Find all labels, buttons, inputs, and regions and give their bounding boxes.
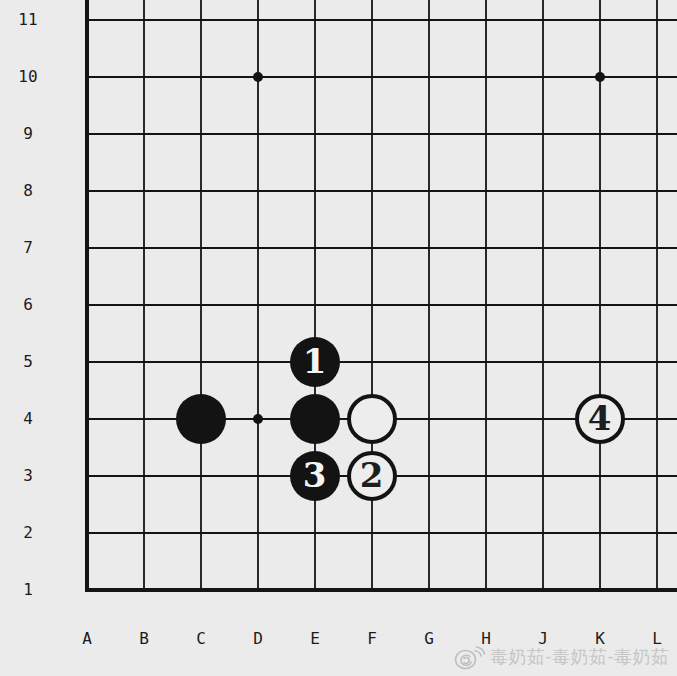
row-label-8: 8	[10, 181, 46, 201]
stone-E5[interactable]: 1	[290, 337, 340, 387]
stone-number: 3	[303, 458, 327, 492]
stone-number: 1	[303, 344, 327, 378]
row-label-3: 3	[10, 466, 46, 486]
row-label-1: 1	[10, 580, 46, 600]
column-label-E: E	[297, 629, 333, 649]
row-label-7: 7	[10, 238, 46, 258]
stone-number: 2	[360, 458, 384, 492]
watermark-text: 毒奶茹-毒奶茹-毒奶茹	[490, 645, 670, 669]
stone-number: 4	[588, 401, 612, 435]
row-label-10: 10	[10, 67, 46, 87]
column-label-D: D	[240, 629, 276, 649]
row-label-2: 2	[10, 523, 46, 543]
column-label-F: F	[354, 629, 390, 649]
row-label-9: 9	[10, 124, 46, 144]
row-label-11: 11	[10, 10, 46, 30]
row-label-5: 5	[10, 352, 46, 372]
column-label-G: G	[411, 629, 447, 649]
stone-E3[interactable]: 3	[290, 451, 340, 501]
column-label-A: A	[69, 629, 105, 649]
column-label-B: B	[126, 629, 162, 649]
go-board[interactable]: 1324	[58, 0, 677, 618]
column-label-C: C	[183, 629, 219, 649]
stone-E4[interactable]	[290, 394, 340, 444]
row-label-6: 6	[10, 295, 46, 315]
weibo-logo-icon	[453, 644, 485, 671]
stone-F3[interactable]: 2	[347, 451, 397, 501]
row-label-4: 4	[10, 409, 46, 429]
stone-C4[interactable]	[176, 394, 226, 444]
watermark: 毒奶茹-毒奶茹-毒奶茹	[453, 643, 670, 671]
go-diagram: 1110987654321 ABCDEFGHJKL 1324 毒奶茹-毒奶茹-毒…	[0, 0, 677, 676]
stone-K4[interactable]: 4	[575, 394, 625, 444]
stone-F4[interactable]	[347, 394, 397, 444]
